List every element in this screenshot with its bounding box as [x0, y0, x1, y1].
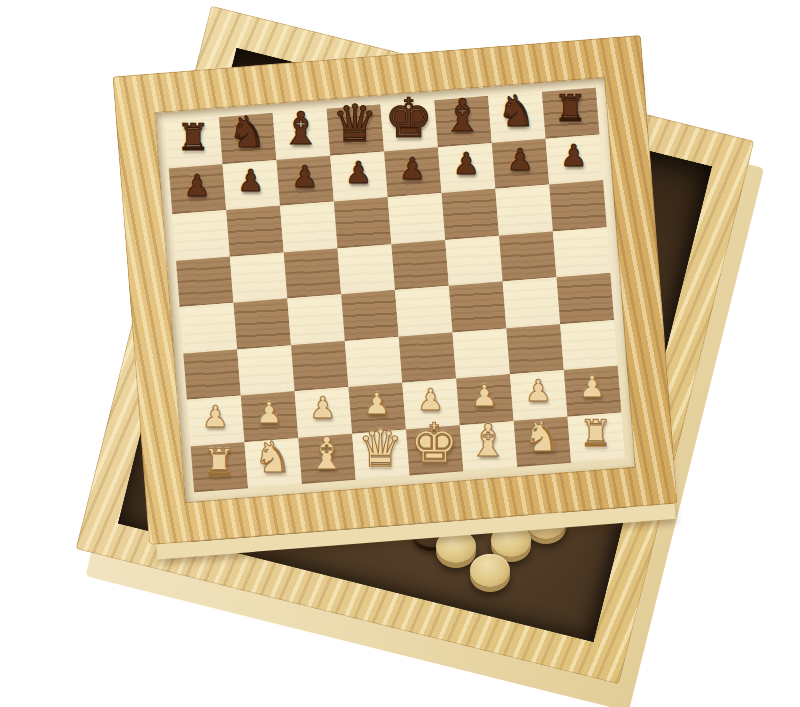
square-c5[interactable] [284, 248, 341, 299]
product-photo-scene: ♜♞♝♛♚♝♞♜♟♟♟♟♟♟♟♟♟♟♟♟♟♟♟♟♜♞♝♛♚♝♞♜ [0, 0, 800, 707]
square-g4[interactable] [503, 277, 560, 328]
square-c4[interactable] [287, 294, 344, 345]
square-d1[interactable]: ♛ [352, 429, 409, 480]
square-c7[interactable]: ♟ [276, 155, 333, 206]
square-f4[interactable] [449, 282, 506, 333]
square-a4[interactable] [180, 303, 237, 354]
square-d6[interactable] [334, 197, 391, 248]
checker-disc-light[interactable] [470, 554, 510, 587]
piece-black-bishop-c8[interactable]: ♝ [281, 106, 321, 151]
piece-black-rook-a8[interactable]: ♜ [177, 120, 210, 157]
piece-black-pawn-h7[interactable]: ♟ [561, 141, 588, 171]
square-h1[interactable]: ♜ [567, 412, 624, 463]
piece-black-knight-b8[interactable]: ♞ [228, 112, 267, 155]
piece-black-pawn-b7[interactable]: ♟ [238, 166, 265, 196]
piece-black-knight-g8[interactable]: ♞ [497, 91, 536, 134]
piece-black-queen-d8[interactable]: ♛ [332, 98, 378, 149]
piece-white-pawn-h2[interactable]: ♟ [579, 372, 606, 402]
piece-black-bishop-f8[interactable]: ♝ [442, 94, 482, 139]
square-b6[interactable] [226, 206, 283, 257]
square-a1[interactable]: ♜ [191, 442, 248, 493]
square-c1[interactable]: ♝ [298, 433, 355, 484]
square-d8[interactable]: ♛ [327, 105, 384, 156]
square-d3[interactable] [345, 336, 402, 387]
piece-black-pawn-e7[interactable]: ♟ [399, 153, 426, 183]
square-h4[interactable] [557, 273, 614, 324]
square-d7[interactable]: ♟ [330, 151, 387, 202]
square-a2[interactable]: ♟ [187, 395, 244, 446]
checker-disc-light[interactable] [491, 524, 531, 557]
square-g3[interactable] [506, 324, 563, 375]
square-a7[interactable]: ♟ [169, 164, 226, 215]
square-b8[interactable]: ♞ [219, 113, 276, 164]
square-c8[interactable]: ♝ [273, 109, 330, 160]
square-e8[interactable]: ♚ [380, 100, 437, 151]
square-e5[interactable] [391, 239, 448, 290]
piece-black-pawn-f7[interactable]: ♟ [453, 149, 480, 179]
square-e6[interactable] [388, 193, 445, 244]
piece-white-rook-h1[interactable]: ♜ [579, 414, 612, 451]
piece-white-pawn-d2[interactable]: ♟ [363, 389, 390, 419]
square-g7[interactable]: ♟ [492, 138, 549, 189]
square-g6[interactable] [495, 185, 552, 236]
square-f1[interactable]: ♝ [460, 421, 517, 472]
piece-white-knight-g1[interactable]: ♞ [523, 415, 562, 458]
chess-board-grid: ♜♞♝♛♚♝♞♜♟♟♟♟♟♟♟♟♟♟♟♟♟♟♟♟♜♞♝♛♚♝♞♜ [165, 88, 625, 493]
piece-white-pawn-c2[interactable]: ♟ [310, 394, 337, 424]
square-f7[interactable]: ♟ [438, 142, 495, 193]
square-h2[interactable]: ♟ [564, 366, 621, 417]
piece-black-pawn-g7[interactable]: ♟ [507, 145, 534, 175]
piece-white-bishop-c1[interactable]: ♝ [306, 431, 346, 476]
square-f6[interactable] [442, 189, 499, 240]
square-h8[interactable]: ♜ [542, 88, 599, 139]
piece-white-pawn-e2[interactable]: ♟ [417, 385, 444, 415]
square-e1[interactable]: ♚ [406, 425, 463, 476]
square-g1[interactable]: ♞ [514, 416, 571, 467]
square-f5[interactable] [445, 235, 502, 286]
piece-white-pawn-a2[interactable]: ♟ [202, 402, 229, 432]
square-h7[interactable]: ♟ [546, 134, 603, 185]
square-b5[interactable] [230, 252, 287, 303]
square-h3[interactable] [560, 319, 617, 370]
square-d5[interactable] [338, 244, 395, 295]
piece-black-king-e8[interactable]: ♚ [384, 92, 432, 146]
piece-white-pawn-g2[interactable]: ♟ [525, 377, 552, 407]
square-e7[interactable]: ♟ [384, 147, 441, 198]
square-d4[interactable] [341, 290, 398, 341]
square-b3[interactable] [237, 345, 294, 396]
piece-white-knight-b1[interactable]: ♞ [253, 436, 292, 479]
square-e4[interactable] [395, 286, 452, 337]
square-a6[interactable] [172, 210, 229, 261]
piece-black-pawn-d7[interactable]: ♟ [345, 158, 372, 188]
piece-white-king-e1[interactable]: ♚ [410, 417, 458, 471]
square-b7[interactable]: ♟ [223, 159, 280, 210]
piece-black-rook-h8[interactable]: ♜ [554, 90, 587, 127]
square-b4[interactable] [233, 298, 290, 349]
square-h6[interactable] [549, 180, 606, 231]
square-a8[interactable]: ♜ [165, 117, 222, 168]
square-b1[interactable]: ♞ [244, 438, 301, 489]
piece-white-bishop-f1[interactable]: ♝ [468, 418, 508, 463]
checker-disc-light[interactable] [436, 530, 476, 563]
square-g5[interactable] [499, 231, 556, 282]
chess-board: ♜♞♝♛♚♝♞♜♟♟♟♟♟♟♟♟♟♟♟♟♟♟♟♟♜♞♝♛♚♝♞♜ [112, 35, 677, 545]
square-f8[interactable]: ♝ [434, 96, 491, 147]
square-c6[interactable] [280, 202, 337, 253]
piece-white-pawn-b2[interactable]: ♟ [256, 398, 283, 428]
piece-black-pawn-c7[interactable]: ♟ [291, 162, 318, 192]
square-f3[interactable] [452, 328, 509, 379]
square-a3[interactable] [183, 349, 240, 400]
piece-white-queen-d1[interactable]: ♛ [358, 423, 404, 474]
square-h5[interactable] [553, 227, 610, 278]
piece-white-rook-a1[interactable]: ♜ [202, 444, 235, 481]
piece-black-pawn-a7[interactable]: ♟ [184, 170, 211, 200]
piece-white-pawn-f2[interactable]: ♟ [471, 381, 498, 411]
square-c3[interactable] [291, 341, 348, 392]
square-g8[interactable]: ♞ [488, 92, 545, 143]
square-e3[interactable] [399, 332, 456, 383]
square-a5[interactable] [176, 256, 233, 307]
board-margin: ♜♞♝♛♚♝♞♜♟♟♟♟♟♟♟♟♟♟♟♟♟♟♟♟♜♞♝♛♚♝♞♜ [155, 78, 634, 502]
